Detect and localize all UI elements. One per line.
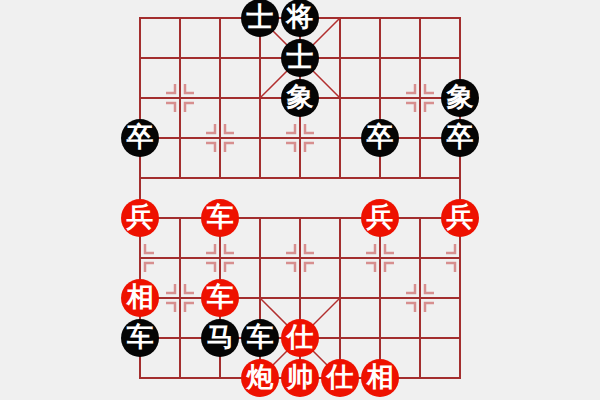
red-general-piece[interactable]: 帅 [281,359,319,397]
xiangqi-board: 士将士象象卒卒卒兵车兵兵相车车马车仕炮帅仕相 [120,0,480,398]
intersection-r7c0[interactable]: 相 [120,278,160,318]
intersection-r1c4[interactable]: 士 [280,38,320,78]
intersection-r7c1[interactable] [160,278,200,318]
black-general-piece[interactable]: 将 [281,0,319,37]
intersection-r0c1[interactable] [160,0,200,38]
intersection-r7c5[interactable] [320,278,360,318]
intersection-r1c3[interactable] [240,38,280,78]
intersection-r7c7[interactable] [400,278,440,318]
intersection-r1c6[interactable] [360,38,400,78]
intersection-r9c1[interactable] [160,358,200,398]
intersection-r2c8[interactable]: 象 [440,78,480,118]
black-elephant-piece[interactable]: 象 [441,79,479,117]
intersection-r4c5[interactable] [320,158,360,198]
intersection-r3c4[interactable] [280,118,320,158]
black-soldier-piece[interactable]: 卒 [121,119,159,157]
intersection-r1c7[interactable] [400,38,440,78]
intersection-r5c7[interactable] [400,198,440,238]
intersection-r4c0[interactable] [120,158,160,198]
intersection-r4c8[interactable] [440,158,480,198]
intersection-r0c2[interactable] [200,0,240,38]
xiangqi-app-canvas: 士将士象象卒卒卒兵车兵兵相车车马车仕炮帅仕相 [0,0,600,400]
intersection-r8c3[interactable]: 车 [240,318,280,358]
red-advisor-piece[interactable]: 仕 [321,359,359,397]
intersection-r3c8[interactable]: 卒 [440,118,480,158]
black-elephant-piece[interactable]: 象 [281,79,319,117]
intersection-r4c6[interactable] [360,158,400,198]
intersection-r6c8[interactable] [440,238,480,278]
intersection-r3c6[interactable]: 卒 [360,118,400,158]
black-chariot-piece[interactable]: 车 [121,319,159,357]
intersection-r7c3[interactable] [240,278,280,318]
intersection-r0c4[interactable]: 将 [280,0,320,38]
intersection-r9c7[interactable] [400,358,440,398]
intersection-r4c1[interactable] [160,158,200,198]
intersection-r2c7[interactable] [400,78,440,118]
intersection-r8c0[interactable]: 车 [120,318,160,358]
intersection-r1c8[interactable] [440,38,480,78]
intersection-r6c5[interactable] [320,238,360,278]
black-chariot-piece[interactable]: 车 [241,319,279,357]
intersection-r7c8[interactable] [440,278,480,318]
intersection-r9c2[interactable] [200,358,240,398]
intersection-r6c4[interactable] [280,238,320,278]
intersection-r1c0[interactable] [120,38,160,78]
intersection-r7c4[interactable] [280,278,320,318]
red-advisor-piece[interactable]: 仕 [281,319,319,357]
intersection-r9c3[interactable]: 炮 [240,358,280,398]
intersection-r3c2[interactable] [200,118,240,158]
red-soldier-piece[interactable]: 兵 [121,199,159,237]
intersection-r2c0[interactable] [120,78,160,118]
intersection-r5c4[interactable] [280,198,320,238]
red-elephant-piece[interactable]: 相 [121,279,159,317]
intersection-r6c6[interactable] [360,238,400,278]
black-soldier-piece[interactable]: 卒 [361,119,399,157]
intersection-r5c5[interactable] [320,198,360,238]
intersection-r1c5[interactable] [320,38,360,78]
intersection-r2c3[interactable] [240,78,280,118]
intersection-r0c5[interactable] [320,0,360,38]
intersection-r8c5[interactable] [320,318,360,358]
intersection-r1c1[interactable] [160,38,200,78]
intersection-r0c6[interactable] [360,0,400,38]
black-soldier-piece[interactable]: 卒 [441,119,479,157]
intersection-r0c7[interactable] [400,0,440,38]
intersection-r0c8[interactable] [440,0,480,38]
intersection-r7c2[interactable]: 车 [200,278,240,318]
red-soldier-piece[interactable]: 兵 [361,199,399,237]
red-soldier-piece[interactable]: 兵 [441,199,479,237]
intersection-r5c3[interactable] [240,198,280,238]
intersection-r9c8[interactable] [440,358,480,398]
intersection-r8c6[interactable] [360,318,400,358]
intersection-r3c3[interactable] [240,118,280,158]
intersection-r3c5[interactable] [320,118,360,158]
red-cannon-piece[interactable]: 炮 [241,359,279,397]
intersection-r2c4[interactable]: 象 [280,78,320,118]
intersection-r9c0[interactable] [120,358,160,398]
intersection-r5c2[interactable]: 车 [200,198,240,238]
intersection-r8c8[interactable] [440,318,480,358]
intersection-r2c6[interactable] [360,78,400,118]
intersection-r3c1[interactable] [160,118,200,158]
intersection-r8c7[interactable] [400,318,440,358]
intersection-r0c0[interactable] [120,0,160,38]
intersection-r9c5[interactable]: 仕 [320,358,360,398]
intersection-r8c2[interactable]: 马 [200,318,240,358]
intersection-r3c0[interactable]: 卒 [120,118,160,158]
black-advisor-piece[interactable]: 士 [281,39,319,77]
intersection-r6c1[interactable] [160,238,200,278]
intersection-r4c4[interactable] [280,158,320,198]
intersection-r2c5[interactable] [320,78,360,118]
intersection-r8c1[interactable] [160,318,200,358]
black-horse-piece[interactable]: 马 [201,319,239,357]
intersection-r6c3[interactable] [240,238,280,278]
intersection-r5c8[interactable]: 兵 [440,198,480,238]
intersection-r8c4[interactable]: 仕 [280,318,320,358]
intersection-r2c2[interactable] [200,78,240,118]
intersection-r3c7[interactable] [400,118,440,158]
intersection-r9c6[interactable]: 相 [360,358,400,398]
intersection-r5c6[interactable]: 兵 [360,198,400,238]
red-chariot-piece[interactable]: 车 [201,279,239,317]
intersection-r5c1[interactable] [160,198,200,238]
red-elephant-piece[interactable]: 相 [361,359,399,397]
intersection-r4c3[interactable] [240,158,280,198]
intersection-r4c2[interactable] [200,158,240,198]
intersection-r6c2[interactable] [200,238,240,278]
intersection-r6c0[interactable] [120,238,160,278]
intersection-r5c0[interactable]: 兵 [120,198,160,238]
intersection-r1c2[interactable] [200,38,240,78]
intersection-r7c6[interactable] [360,278,400,318]
intersection-r0c3[interactable]: 士 [240,0,280,38]
intersection-r4c7[interactable] [400,158,440,198]
intersection-r2c1[interactable] [160,78,200,118]
intersection-r6c7[interactable] [400,238,440,278]
intersection-r9c4[interactable]: 帅 [280,358,320,398]
red-chariot-piece[interactable]: 车 [201,199,239,237]
black-advisor-piece[interactable]: 士 [241,0,279,37]
